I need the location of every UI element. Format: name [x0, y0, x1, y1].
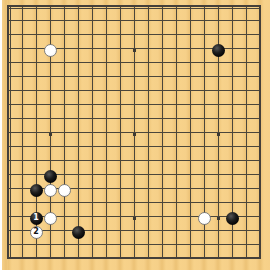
stone-white	[198, 212, 211, 225]
go-board: 12	[2, 0, 270, 270]
board-intersection-grid[interactable]: 12	[1, 1, 267, 267]
stone-black	[30, 184, 43, 197]
stone-white	[44, 184, 57, 197]
stone-black-move-1: 1	[30, 212, 43, 225]
stone-white	[44, 212, 57, 225]
stone-black	[212, 44, 225, 57]
stone-black	[44, 170, 57, 183]
stone-white	[44, 44, 57, 57]
stone-white	[58, 184, 71, 197]
stone-black	[226, 212, 239, 225]
stone-white-move-2: 2	[30, 226, 43, 239]
stone-black	[72, 226, 85, 239]
